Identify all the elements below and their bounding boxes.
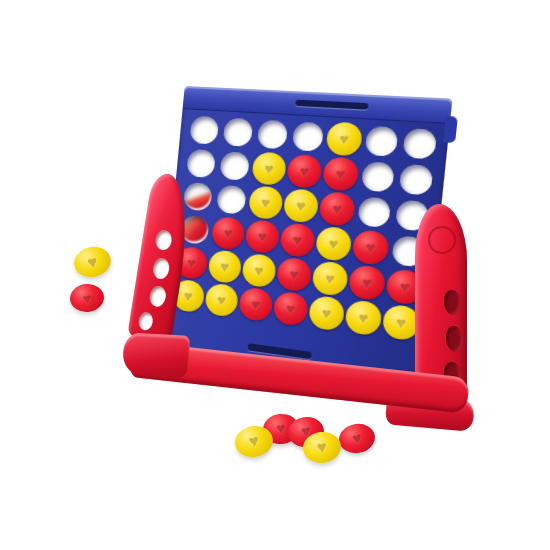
left-support-foot bbox=[122, 332, 190, 377]
scene: ♥♥♥♥♥♥♥♥♥♥♥♥♥♥♥♥♥♥♥♥♥♥♥♥♥♥ ♥♥♥♥♥♥♥ bbox=[0, 0, 550, 550]
yellow-disc: ♥ bbox=[325, 121, 363, 156]
yellow-disc: ♥ bbox=[204, 282, 239, 317]
yellow-disc: ♥ bbox=[344, 299, 382, 336]
red-disc: ♥ bbox=[279, 222, 316, 258]
yellow-disc: ♥ bbox=[241, 253, 277, 288]
board-cell-r4-c3[interactable]: ♥ bbox=[243, 218, 281, 255]
left-support-hole bbox=[137, 311, 154, 331]
empty-hole bbox=[257, 120, 288, 150]
board-cell-r2-c7[interactable] bbox=[395, 160, 437, 199]
board-cell-r3-c6[interactable] bbox=[354, 193, 395, 232]
empty-hole bbox=[292, 122, 324, 152]
red-disc: ♥ bbox=[348, 264, 387, 301]
disc-emblem-icon: ♥ bbox=[299, 163, 310, 179]
red-disc: ♥ bbox=[245, 219, 281, 254]
empty-hole bbox=[357, 196, 391, 228]
disc-emblem-icon: ♥ bbox=[85, 253, 98, 272]
board-cell-r5-c5[interactable]: ♥ bbox=[310, 259, 350, 298]
empty-hole bbox=[399, 164, 434, 196]
disc-emblem-icon: ♥ bbox=[183, 288, 193, 304]
red-disc: ♥ bbox=[211, 216, 246, 251]
board-cell-r3-c1[interactable] bbox=[180, 179, 216, 215]
disc-emblem-icon: ♥ bbox=[331, 201, 342, 218]
red-disc: ♥ bbox=[322, 156, 360, 191]
disc-emblem-icon: ♥ bbox=[328, 235, 339, 252]
board-cell-r2-c1[interactable] bbox=[183, 146, 219, 182]
empty-hole bbox=[219, 151, 250, 181]
disc-emblem-icon: ♥ bbox=[365, 239, 377, 256]
left-support-hole bbox=[148, 285, 167, 308]
board-cell-r1-c6[interactable] bbox=[361, 122, 402, 160]
board-panel: ♥♥♥♥♥♥♥♥♥♥♥♥♥♥♥♥♥♥♥♥♥♥♥♥♥♥ bbox=[159, 86, 452, 392]
empty-hole bbox=[186, 149, 216, 178]
yellow-disc: ♥ bbox=[311, 260, 349, 296]
board-cell-r4-c4[interactable]: ♥ bbox=[278, 221, 317, 259]
board-cell-r6-c5[interactable]: ♥ bbox=[307, 294, 347, 333]
board-cell-r4-c6[interactable]: ♥ bbox=[350, 228, 391, 267]
board-cell-r2-c4[interactable]: ♥ bbox=[285, 153, 324, 190]
right-support-hole bbox=[444, 325, 464, 353]
disc-emblem-icon: ♥ bbox=[257, 228, 268, 244]
disc-emblem-icon: ♥ bbox=[324, 270, 335, 287]
disc-emblem-icon: ♥ bbox=[254, 262, 265, 278]
disc-emblem-icon: ♥ bbox=[250, 296, 261, 313]
empty-hole bbox=[365, 126, 399, 157]
empty-hole bbox=[183, 182, 213, 212]
board-cell-r1-c5[interactable]: ♥ bbox=[324, 120, 364, 157]
disc-emblem-icon: ♥ bbox=[399, 278, 411, 295]
board-cell-r2-c5[interactable]: ♥ bbox=[321, 155, 361, 193]
disc-emblem-icon: ♥ bbox=[321, 305, 332, 322]
board-cell-r5-c2[interactable]: ♥ bbox=[206, 248, 243, 285]
board-cell-r5-c6[interactable]: ♥ bbox=[347, 263, 388, 302]
board-cell-r1-c3[interactable] bbox=[253, 116, 291, 152]
board-cell-r6-c4[interactable]: ♥ bbox=[271, 289, 310, 328]
board-cell-r6-c3[interactable]: ♥ bbox=[237, 285, 275, 323]
disc-emblem-icon: ♥ bbox=[361, 274, 373, 291]
board-cell-r2-c2[interactable] bbox=[216, 148, 253, 184]
disc-emblem-icon: ♥ bbox=[292, 232, 303, 249]
disc-emblem-icon: ♥ bbox=[285, 300, 296, 317]
disc-emblem-icon: ♥ bbox=[264, 160, 275, 176]
yellow-disc: ♥ bbox=[308, 295, 345, 332]
loose-yellow-disc[interactable]: ♥ bbox=[71, 243, 113, 280]
disc-emblem-icon: ♥ bbox=[276, 421, 287, 438]
board-cell-r1-c7[interactable] bbox=[399, 125, 442, 163]
board-cell-r1-c2[interactable] bbox=[219, 114, 256, 150]
board-cell-r3-c5[interactable]: ♥ bbox=[317, 190, 357, 228]
disc-emblem-icon: ♥ bbox=[220, 259, 231, 275]
board-cell-r1-c1[interactable] bbox=[186, 112, 222, 147]
board-cell-r5-c3[interactable]: ♥ bbox=[240, 252, 278, 290]
yellow-disc: ♥ bbox=[283, 188, 320, 223]
disc-emblem-icon: ♥ bbox=[260, 194, 271, 210]
empty-hole bbox=[223, 118, 254, 147]
red-disc: ♥ bbox=[273, 291, 309, 327]
disc-emblem-icon: ♥ bbox=[358, 309, 370, 326]
right-support-hole bbox=[443, 289, 463, 316]
red-disc: ♥ bbox=[276, 257, 313, 293]
disc-emblem-icon: ♥ bbox=[335, 166, 347, 183]
yellow-disc: ♥ bbox=[315, 226, 353, 262]
empty-hole bbox=[402, 128, 437, 159]
red-disc: ♥ bbox=[238, 286, 274, 322]
disc-emblem-icon: ♥ bbox=[395, 314, 407, 331]
board-cell-r3-c2[interactable] bbox=[213, 181, 250, 218]
disc-emblem-icon: ♥ bbox=[223, 225, 234, 241]
board-cell-r4-c2[interactable]: ♥ bbox=[210, 215, 247, 252]
disc-emblem-icon: ♥ bbox=[338, 131, 350, 148]
loose-red-disc[interactable]: ♥ bbox=[337, 421, 377, 456]
board-cell-r6-c6[interactable]: ♥ bbox=[343, 298, 384, 338]
red-disc: ♥ bbox=[351, 229, 390, 266]
yellow-disc: ♥ bbox=[251, 151, 287, 186]
disc-emblem-icon: ♥ bbox=[351, 429, 363, 446]
disc-emblem-icon: ♥ bbox=[295, 197, 306, 214]
yellow-disc: ♥ bbox=[248, 185, 284, 220]
empty-hole bbox=[216, 185, 246, 215]
left-support-hole bbox=[152, 257, 171, 280]
empty-hole bbox=[189, 116, 219, 145]
board-cell-r2-c6[interactable] bbox=[357, 158, 398, 196]
red-disc: ♥ bbox=[318, 191, 356, 227]
loose-red-disc[interactable]: ♥ bbox=[69, 282, 106, 313]
disc-emblem-icon: ♥ bbox=[289, 266, 300, 283]
board-cell-r1-c4[interactable] bbox=[288, 118, 327, 155]
board-cell-r4-c5[interactable]: ♥ bbox=[314, 225, 354, 263]
board-cell-r6-c2[interactable]: ♥ bbox=[203, 281, 240, 319]
board-cell-r2-c3[interactable]: ♥ bbox=[250, 150, 288, 187]
disc-emblem-icon: ♥ bbox=[248, 432, 261, 450]
disc-emblem-icon: ♥ bbox=[216, 292, 227, 308]
board-cell-r3-c3[interactable]: ♥ bbox=[247, 184, 285, 221]
red-disc: ♥ bbox=[286, 154, 323, 189]
empty-hole bbox=[361, 161, 395, 192]
disc-emblem-icon: ♥ bbox=[316, 438, 328, 456]
yellow-disc: ♥ bbox=[208, 249, 243, 284]
board-grid: ♥♥♥♥♥♥♥♥♥♥♥♥♥♥♥♥♥♥♥♥♥♥♥♥♥♥ bbox=[170, 112, 441, 342]
disc-emblem-icon: ♥ bbox=[186, 255, 196, 271]
disc-emblem-icon: ♥ bbox=[82, 290, 92, 306]
left-support-hole bbox=[154, 229, 173, 251]
board-cell-r3-c4[interactable]: ♥ bbox=[282, 187, 321, 225]
board-cell-r5-c4[interactable]: ♥ bbox=[275, 255, 314, 293]
